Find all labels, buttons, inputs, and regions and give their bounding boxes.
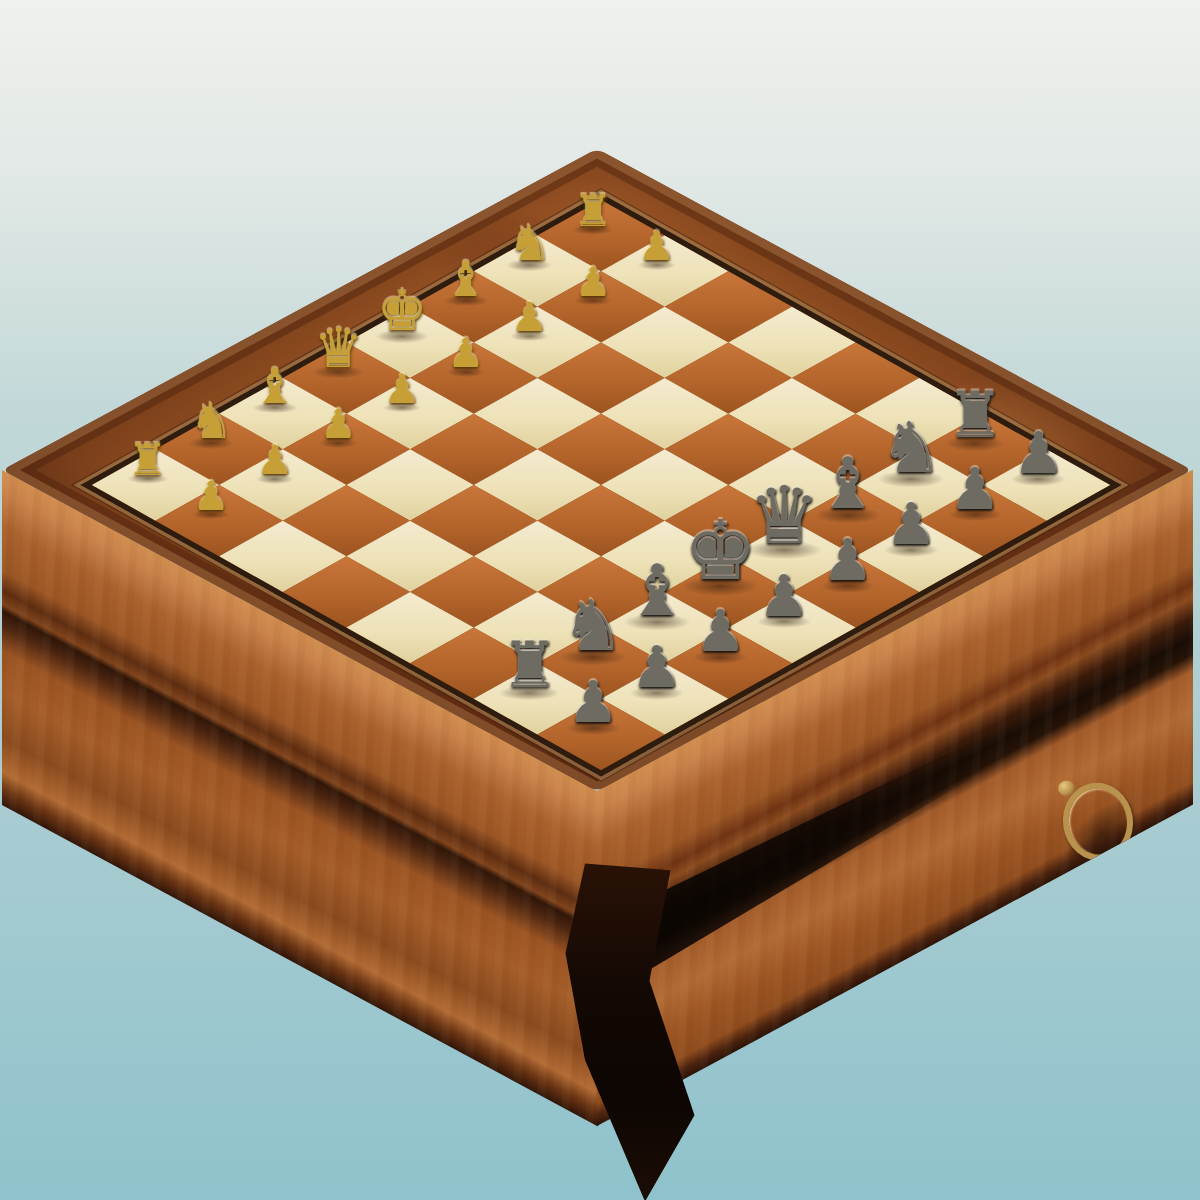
piece-silver-pawn: ♟ <box>758 568 810 626</box>
piece-gold-rook: ♜ <box>573 188 612 232</box>
piece-silver-pawn: ♟ <box>1013 425 1065 483</box>
piece-silver-pawn: ♟ <box>631 639 683 697</box>
piece-silver-pawn: ♟ <box>694 603 746 661</box>
ring-mount-ball <box>1057 780 1076 797</box>
piece-gold-knight: ♞ <box>189 398 232 446</box>
piece-gold-pawn: ♟ <box>320 405 356 445</box>
piece-gold-pawn: ♟ <box>448 334 484 374</box>
piece-gold-pawn: ♟ <box>639 227 675 267</box>
piece-gold-bishop: ♝ <box>253 362 296 410</box>
piece-silver-bishop: ♝ <box>816 449 879 520</box>
piece-gold-pawn: ♟ <box>257 441 293 481</box>
piece-silver-knight: ♞ <box>561 592 624 663</box>
piece-silver-pawn: ♟ <box>822 532 874 590</box>
piece-gold-knight: ♞ <box>508 220 551 268</box>
piece-gold-pawn: ♟ <box>575 263 611 303</box>
piece-gold-rook: ♜ <box>128 438 167 482</box>
piece-silver-bishop: ♝ <box>625 556 688 627</box>
piece-silver-queen: ♛ <box>748 476 820 556</box>
piece-silver-king: ♚ <box>683 510 757 592</box>
piece-gold-pawn: ♟ <box>511 298 547 338</box>
piece-silver-pawn: ♟ <box>567 675 619 733</box>
piece-gold-pawn: ♟ <box>193 476 229 516</box>
piece-gold-queen: ♛ <box>314 321 363 376</box>
piece-silver-rook: ♜ <box>501 633 558 697</box>
piece-silver-pawn: ♟ <box>949 461 1001 519</box>
piece-silver-rook: ♜ <box>946 384 1003 448</box>
piece-silver-pawn: ♟ <box>885 496 937 554</box>
piece-gold-king: ♚ <box>377 284 427 340</box>
piece-gold-bishop: ♝ <box>444 255 487 303</box>
scene-caption: Perspective photo of a briar-wood chess … <box>0 0 1 1</box>
product-photo-scene: Perspective photo of a briar-wood chess … <box>0 0 1200 1200</box>
piece-silver-knight: ♞ <box>880 413 943 484</box>
piece-gold-pawn: ♟ <box>384 369 420 409</box>
